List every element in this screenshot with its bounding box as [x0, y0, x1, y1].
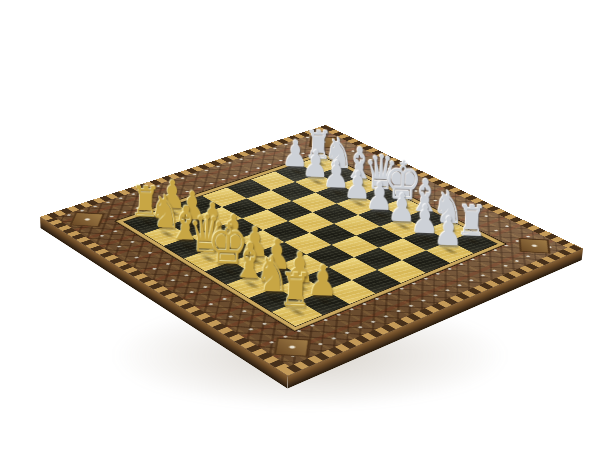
- product-photo-scene: ♜♞♝♛♚♝♞♜♟♟♟♟♟♟♟♟♟♟♟♟♟♟♟♟♜♞♝♛♚♝♞♜: [0, 0, 600, 450]
- rook-glyph: ♜: [267, 266, 324, 314]
- border-inlay-diamond: [309, 136, 337, 148]
- pawn-glyph: ♟: [422, 211, 475, 253]
